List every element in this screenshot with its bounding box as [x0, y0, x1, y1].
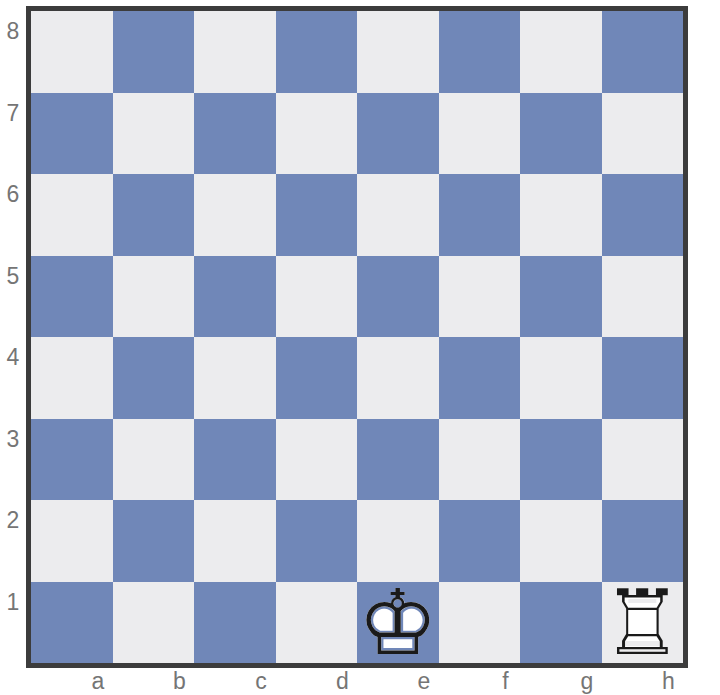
file-label-text: g [581, 668, 594, 695]
white-king[interactable]: ♚♔ [357, 582, 439, 664]
square-f7[interactable] [439, 93, 521, 175]
square-e7[interactable] [357, 93, 439, 175]
file-label-text: e [418, 668, 431, 695]
square-e8[interactable] [357, 11, 439, 93]
file-label-h: h [602, 668, 684, 695]
square-d8[interactable] [276, 11, 358, 93]
square-d2[interactable] [276, 500, 358, 582]
square-h3[interactable] [602, 419, 684, 501]
file-label-a: a [31, 668, 113, 695]
file-labels: abcdefgh [31, 668, 683, 695]
square-e4[interactable] [357, 337, 439, 419]
square-b2[interactable] [113, 500, 195, 582]
square-g5[interactable] [520, 256, 602, 338]
file-label-d: d [276, 668, 358, 695]
rank-label-text: 6 [7, 181, 20, 208]
square-d3[interactable] [276, 419, 358, 501]
file-label-g: g [520, 668, 602, 695]
square-d5[interactable] [276, 256, 358, 338]
rank-label-text: 7 [7, 100, 20, 127]
file-label-f: f [439, 668, 521, 695]
square-a3[interactable] [31, 419, 113, 501]
file-label-text: h [662, 668, 675, 695]
white-rook-outline-glyph: ♖ [602, 582, 684, 664]
square-d6[interactable] [276, 174, 358, 256]
square-b6[interactable] [113, 174, 195, 256]
square-e5[interactable] [357, 256, 439, 338]
rank-label-1: 1 [0, 582, 26, 664]
rank-label-8: 8 [0, 11, 26, 93]
rank-label-4: 4 [0, 337, 26, 419]
file-label-text: a [92, 668, 105, 695]
file-label-text: b [173, 668, 186, 695]
square-f6[interactable] [439, 174, 521, 256]
square-c3[interactable] [194, 419, 276, 501]
square-h7[interactable] [602, 93, 684, 175]
rank-label-text: 8 [7, 18, 20, 45]
square-h5[interactable] [602, 256, 684, 338]
square-a2[interactable] [31, 500, 113, 582]
square-f8[interactable] [439, 11, 521, 93]
square-g2[interactable] [520, 500, 602, 582]
rank-label-text: 5 [7, 263, 20, 290]
square-a7[interactable] [31, 93, 113, 175]
rank-label-text: 1 [7, 589, 20, 616]
file-label-text: d [336, 668, 349, 695]
square-c2[interactable] [194, 500, 276, 582]
file-label-text: f [502, 668, 508, 695]
square-a1[interactable] [31, 582, 113, 664]
square-b7[interactable] [113, 93, 195, 175]
square-a5[interactable] [31, 256, 113, 338]
square-g4[interactable] [520, 337, 602, 419]
square-h6[interactable] [602, 174, 684, 256]
square-b8[interactable] [113, 11, 195, 93]
square-f2[interactable] [439, 500, 521, 582]
rank-label-7: 7 [0, 93, 26, 175]
square-f1[interactable] [439, 582, 521, 664]
square-c4[interactable] [194, 337, 276, 419]
rank-labels: 87654321 [0, 11, 26, 663]
square-b5[interactable] [113, 256, 195, 338]
white-rook[interactable]: ♜♖ [602, 582, 684, 664]
rank-label-text: 4 [7, 344, 20, 371]
rank-label-5: 5 [0, 256, 26, 338]
file-label-b: b [113, 668, 195, 695]
rank-label-3: 3 [0, 419, 26, 501]
square-g8[interactable] [520, 11, 602, 93]
file-label-text: c [255, 668, 267, 695]
square-g7[interactable] [520, 93, 602, 175]
square-h1[interactable]: ♜♖ [602, 582, 684, 664]
file-label-c: c [194, 668, 276, 695]
square-d1[interactable] [276, 582, 358, 664]
square-a4[interactable] [31, 337, 113, 419]
square-e1[interactable]: ♚♔ [357, 582, 439, 664]
square-f5[interactable] [439, 256, 521, 338]
square-c6[interactable] [194, 174, 276, 256]
square-c5[interactable] [194, 256, 276, 338]
square-b1[interactable] [113, 582, 195, 664]
square-g3[interactable] [520, 419, 602, 501]
file-label-e: e [357, 668, 439, 695]
square-c1[interactable] [194, 582, 276, 664]
square-g1[interactable] [520, 582, 602, 664]
square-d7[interactable] [276, 93, 358, 175]
square-g6[interactable] [520, 174, 602, 256]
square-c7[interactable] [194, 93, 276, 175]
square-e6[interactable] [357, 174, 439, 256]
square-e3[interactable] [357, 419, 439, 501]
chess-board[interactable]: ♚♔♜♖ [26, 6, 688, 668]
rank-label-text: 2 [7, 507, 20, 534]
square-a6[interactable] [31, 174, 113, 256]
square-a8[interactable] [31, 11, 113, 93]
square-f4[interactable] [439, 337, 521, 419]
square-h4[interactable] [602, 337, 684, 419]
square-d4[interactable] [276, 337, 358, 419]
square-c8[interactable] [194, 11, 276, 93]
square-b4[interactable] [113, 337, 195, 419]
rank-label-6: 6 [0, 174, 26, 256]
square-b3[interactable] [113, 419, 195, 501]
square-h8[interactable] [602, 11, 684, 93]
rank-label-text: 3 [7, 426, 20, 453]
rank-label-2: 2 [0, 500, 26, 582]
square-f3[interactable] [439, 419, 521, 501]
white-king-outline-glyph: ♔ [357, 582, 439, 664]
